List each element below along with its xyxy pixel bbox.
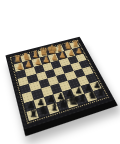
piece-white-pawn[interactable]: ♟: [74, 47, 83, 54]
piece-black-knight[interactable]: ♞: [87, 90, 97, 101]
piece-black-knight[interactable]: ♞: [39, 105, 49, 116]
piece-white-pawn[interactable]: ♟: [24, 60, 33, 68]
chess-board: ♜♞♝♛♚♝♞♜♟♟♟♟♟♟♟♟♟♟♟♟♟♟♟♟♜♞♝♛♚♝♞♜: [5, 37, 114, 130]
piece-white-pawn[interactable]: ♟: [33, 58, 42, 66]
board-grid: ♜♞♝♛♚♝♞♜♟♟♟♟♟♟♟♟♟♟♟♟♟♟♟♟♜♞♝♛♚♝♞♜: [12, 41, 106, 121]
piece-white-pawn[interactable]: ♟: [50, 54, 59, 62]
piece-white-pawn[interactable]: ♟: [42, 56, 51, 64]
piece-black-bishop[interactable]: ♝: [49, 102, 59, 113]
square-a8[interactable]: ♜: [26, 109, 39, 121]
piece-black-rook[interactable]: ♜: [96, 88, 106, 98]
piece-black-queen[interactable]: ♛: [58, 98, 68, 110]
piece-white-pawn[interactable]: ♟: [66, 49, 75, 56]
product-photo: ♜♞♝♛♚♝♞♜♟♟♟♟♟♟♟♟♟♟♟♟♟♟♟♟♜♞♝♛♚♝♞♜: [0, 0, 120, 144]
piece-black-rook[interactable]: ♜: [29, 109, 40, 119]
piece-white-pawn[interactable]: ♟: [15, 63, 24, 71]
square-f4[interactable]: [62, 64, 74, 73]
piece-white-pawn[interactable]: ♟: [58, 51, 67, 59]
square-g5[interactable]: [73, 69, 85, 79]
